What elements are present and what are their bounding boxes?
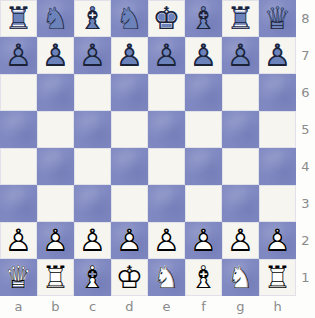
- square-b7[interactable]: ♟♙: [37, 37, 74, 74]
- piece-glyph-outline: ♙: [5, 222, 33, 259]
- piece-glyph-outline: ♔: [116, 259, 144, 296]
- square-a8[interactable]: ♜♖: [0, 0, 37, 37]
- square-h3[interactable]: [259, 185, 296, 222]
- piece-glyph-outline: ♙: [116, 37, 144, 74]
- chess-board: ♜♖♞♘♝♗♞♘♚♔♝♗♜♖♛♕8♟♙♟♙♟♙♟♙♟♙♟♙♟♙♟♙76543♟♙…: [0, 0, 315, 318]
- piece-black-pawn[interactable]: ♟♙: [74, 37, 111, 74]
- piece-black-pawn[interactable]: ♟♙: [0, 37, 37, 74]
- piece-glyph-outline: ♙: [79, 37, 107, 74]
- square-d1[interactable]: ♚♔: [111, 259, 148, 296]
- file-label-c: c: [74, 296, 111, 318]
- piece-glyph-outline: ♙: [264, 222, 292, 259]
- piece-glyph-outline: ♙: [227, 37, 255, 74]
- rank-label-2: 2: [296, 222, 315, 259]
- piece-black-king[interactable]: ♚♔: [148, 0, 185, 37]
- square-h5[interactable]: [259, 111, 296, 148]
- square-c7[interactable]: ♟♙: [74, 37, 111, 74]
- piece-glyph-outline: ♙: [116, 222, 144, 259]
- file-label-f: f: [185, 296, 222, 318]
- square-b3[interactable]: [37, 185, 74, 222]
- piece-glyph-outline: ♙: [227, 222, 255, 259]
- square-b6[interactable]: [37, 74, 74, 111]
- square-d5[interactable]: [111, 111, 148, 148]
- piece-black-bishop[interactable]: ♝♗: [185, 0, 222, 37]
- square-c3[interactable]: [74, 185, 111, 222]
- square-f7[interactable]: ♟♙: [185, 37, 222, 74]
- rank-label-3: 3: [296, 185, 315, 222]
- square-b8[interactable]: ♞♘: [37, 0, 74, 37]
- piece-glyph-outline: ♘: [153, 259, 181, 296]
- file-label-g: g: [222, 296, 259, 318]
- square-f3[interactable]: [185, 185, 222, 222]
- square-g7[interactable]: ♟♙: [222, 37, 259, 74]
- file-label-e: e: [148, 296, 185, 318]
- piece-glyph-outline: ♗: [190, 0, 218, 37]
- square-e8[interactable]: ♚♔: [148, 0, 185, 37]
- square-f6[interactable]: [185, 74, 222, 111]
- square-a4[interactable]: [0, 148, 37, 185]
- square-f5[interactable]: [185, 111, 222, 148]
- square-f8[interactable]: ♝♗: [185, 0, 222, 37]
- square-c1[interactable]: ♝♗: [74, 259, 111, 296]
- piece-glyph-outline: ♘: [227, 259, 255, 296]
- square-b1[interactable]: ♜♖: [37, 259, 74, 296]
- square-e4[interactable]: [148, 148, 185, 185]
- square-c5[interactable]: [74, 111, 111, 148]
- square-g4[interactable]: [222, 148, 259, 185]
- piece-glyph-outline: ♙: [264, 37, 292, 74]
- rank-label-4: 4: [296, 148, 315, 185]
- piece-white-pawn[interactable]: ♟♙: [0, 222, 37, 259]
- file-label-d: d: [111, 296, 148, 318]
- piece-glyph-outline: ♗: [79, 259, 107, 296]
- square-f2[interactable]: ♟♙: [185, 222, 222, 259]
- square-d4[interactable]: [111, 148, 148, 185]
- piece-black-rook[interactable]: ♜♖: [0, 0, 37, 37]
- square-d8[interactable]: ♞♘: [111, 0, 148, 37]
- piece-glyph-outline: ♙: [190, 37, 218, 74]
- piece-glyph-outline: ♙: [42, 222, 70, 259]
- rank-label-1: 1: [296, 259, 315, 296]
- square-g2[interactable]: ♟♙: [222, 222, 259, 259]
- piece-white-knight[interactable]: ♞♘: [148, 259, 185, 296]
- square-e1[interactable]: ♞♘: [148, 259, 185, 296]
- piece-white-pawn[interactable]: ♟♙: [148, 222, 185, 259]
- piece-glyph-outline: ♖: [42, 259, 70, 296]
- square-d2[interactable]: ♟♙: [111, 222, 148, 259]
- square-a3[interactable]: [0, 185, 37, 222]
- coordinate-corner: [296, 296, 315, 318]
- piece-glyph-outline: ♗: [190, 259, 218, 296]
- square-f1[interactable]: ♝♗: [185, 259, 222, 296]
- piece-white-pawn[interactable]: ♟♙: [259, 222, 296, 259]
- square-g1[interactable]: ♞♘: [222, 259, 259, 296]
- piece-glyph-outline: ♘: [116, 0, 144, 37]
- square-a7[interactable]: ♟♙: [0, 37, 37, 74]
- rank-label-6: 6: [296, 74, 315, 111]
- piece-black-pawn[interactable]: ♟♙: [222, 37, 259, 74]
- piece-glyph-outline: ♕: [264, 0, 292, 37]
- piece-glyph-outline: ♖: [5, 0, 33, 37]
- piece-glyph-outline: ♙: [5, 37, 33, 74]
- piece-glyph-outline: ♕: [5, 259, 33, 296]
- square-c6[interactable]: [74, 74, 111, 111]
- file-label-b: b: [37, 296, 74, 318]
- piece-black-pawn[interactable]: ♟♙: [259, 37, 296, 74]
- square-a2[interactable]: ♟♙: [0, 222, 37, 259]
- square-e5[interactable]: [148, 111, 185, 148]
- piece-black-knight[interactable]: ♞♘: [111, 0, 148, 37]
- square-h8[interactable]: ♛♕: [259, 0, 296, 37]
- piece-black-knight[interactable]: ♞♘: [37, 0, 74, 37]
- square-e6[interactable]: [148, 74, 185, 111]
- square-g8[interactable]: ♜♖: [222, 0, 259, 37]
- square-b4[interactable]: [37, 148, 74, 185]
- square-d3[interactable]: [111, 185, 148, 222]
- square-h2[interactable]: ♟♙: [259, 222, 296, 259]
- piece-white-pawn[interactable]: ♟♙: [222, 222, 259, 259]
- square-f4[interactable]: [185, 148, 222, 185]
- piece-glyph-outline: ♖: [264, 259, 292, 296]
- piece-glyph-outline: ♔: [153, 0, 181, 37]
- square-d6[interactable]: [111, 74, 148, 111]
- piece-glyph-outline: ♙: [42, 37, 70, 74]
- rank-label-7: 7: [296, 37, 315, 74]
- square-e7[interactable]: ♟♙: [148, 37, 185, 74]
- piece-white-pawn[interactable]: ♟♙: [37, 222, 74, 259]
- square-g6[interactable]: [222, 74, 259, 111]
- square-h7[interactable]: ♟♙: [259, 37, 296, 74]
- piece-white-pawn[interactable]: ♟♙: [74, 222, 111, 259]
- square-a6[interactable]: [0, 74, 37, 111]
- piece-white-queen[interactable]: ♛♕: [0, 259, 37, 296]
- file-label-a: a: [0, 296, 37, 318]
- piece-white-bishop[interactable]: ♝♗: [74, 259, 111, 296]
- piece-white-king[interactable]: ♚♔: [111, 259, 148, 296]
- piece-white-rook[interactable]: ♜♖: [37, 259, 74, 296]
- piece-black-pawn[interactable]: ♟♙: [148, 37, 185, 74]
- piece-glyph-outline: ♙: [153, 37, 181, 74]
- piece-glyph-outline: ♙: [190, 222, 218, 259]
- rank-label-5: 5: [296, 111, 315, 148]
- piece-white-pawn[interactable]: ♟♙: [111, 222, 148, 259]
- piece-white-knight[interactable]: ♞♘: [222, 259, 259, 296]
- piece-glyph-outline: ♙: [153, 222, 181, 259]
- square-a5[interactable]: [0, 111, 37, 148]
- square-g5[interactable]: [222, 111, 259, 148]
- piece-glyph-outline: ♖: [227, 0, 255, 37]
- piece-glyph-outline: ♘: [42, 0, 70, 37]
- file-label-h: h: [259, 296, 296, 318]
- square-c4[interactable]: [74, 148, 111, 185]
- piece-white-rook[interactable]: ♜♖: [259, 259, 296, 296]
- rank-label-8: 8: [296, 0, 315, 37]
- square-e2[interactable]: ♟♙: [148, 222, 185, 259]
- piece-black-pawn[interactable]: ♟♙: [111, 37, 148, 74]
- square-h6[interactable]: [259, 74, 296, 111]
- square-d7[interactable]: ♟♙: [111, 37, 148, 74]
- piece-white-pawn[interactable]: ♟♙: [185, 222, 222, 259]
- square-c8[interactable]: ♝♗: [74, 0, 111, 37]
- piece-glyph-outline: ♗: [79, 0, 107, 37]
- square-b2[interactable]: ♟♙: [37, 222, 74, 259]
- square-c2[interactable]: ♟♙: [74, 222, 111, 259]
- square-b5[interactable]: [37, 111, 74, 148]
- square-h4[interactable]: [259, 148, 296, 185]
- piece-white-bishop[interactable]: ♝♗: [185, 259, 222, 296]
- piece-glyph-outline: ♙: [79, 222, 107, 259]
- square-h1[interactable]: ♜♖: [259, 259, 296, 296]
- piece-black-pawn[interactable]: ♟♙: [185, 37, 222, 74]
- piece-black-rook[interactable]: ♜♖: [222, 0, 259, 37]
- piece-black-bishop[interactable]: ♝♗: [74, 0, 111, 37]
- square-a1[interactable]: ♛♕: [0, 259, 37, 296]
- square-g3[interactable]: [222, 185, 259, 222]
- piece-black-queen[interactable]: ♛♕: [259, 0, 296, 37]
- piece-black-pawn[interactable]: ♟♙: [37, 37, 74, 74]
- square-e3[interactable]: [148, 185, 185, 222]
